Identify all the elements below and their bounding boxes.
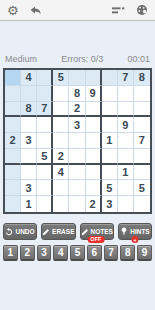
- settings-icon[interactable]: ⚙: [7, 4, 19, 17]
- stats-icon[interactable]: [112, 5, 125, 16]
- pencil-icon: [81, 228, 89, 236]
- cell-r2c9[interactable]: [134, 86, 150, 102]
- cell-r7c9[interactable]: [134, 165, 150, 181]
- cell-r1c2[interactable]: 4: [21, 70, 37, 86]
- cell-r5c5[interactable]: [69, 133, 85, 149]
- cell-r6c7[interactable]: [102, 149, 118, 165]
- cell-r3c8[interactable]: [118, 102, 134, 118]
- cell-r4c5[interactable]: 3: [69, 117, 85, 133]
- bulb-icon: [120, 227, 128, 236]
- cell-r3c4[interactable]: [53, 102, 69, 118]
- cell-r3c3[interactable]: 7: [37, 102, 53, 118]
- cell-r1c1[interactable]: [5, 70, 21, 86]
- cell-r4c1[interactable]: [5, 117, 21, 133]
- cell-r5c8[interactable]: [118, 133, 134, 149]
- cell-r7c8[interactable]: 1: [118, 165, 134, 181]
- cell-r8c8[interactable]: [118, 180, 134, 196]
- numpad-7[interactable]: 7: [104, 245, 119, 261]
- cell-r8c7[interactable]: 5: [102, 180, 118, 196]
- cell-r8c4[interactable]: [53, 180, 69, 196]
- cell-r7c1[interactable]: [5, 165, 21, 181]
- cell-r1c3[interactable]: [37, 70, 53, 86]
- cell-r1c4[interactable]: 5: [53, 70, 69, 86]
- notes-label: NOTES: [91, 228, 113, 235]
- numpad-8[interactable]: 8: [120, 245, 135, 261]
- cell-r4c4[interactable]: [53, 117, 69, 133]
- cell-r1c8[interactable]: 7: [118, 70, 134, 86]
- cell-r3c9[interactable]: [134, 102, 150, 118]
- hints-plus-badge: +: [131, 236, 138, 243]
- cell-r9c8[interactable]: [118, 196, 134, 212]
- cell-r9c5[interactable]: [69, 196, 85, 212]
- cell-r4c9[interactable]: [134, 117, 150, 133]
- cell-r1c7[interactable]: [102, 70, 118, 86]
- cell-r2c6[interactable]: 9: [86, 86, 102, 102]
- cell-r2c1[interactable]: [5, 86, 21, 102]
- cell-r1c9[interactable]: 8: [134, 70, 150, 86]
- cell-r2c8[interactable]: [118, 86, 134, 102]
- cell-r6c6[interactable]: [86, 149, 102, 165]
- numpad-1[interactable]: 1: [3, 245, 18, 261]
- cell-r8c5[interactable]: [69, 180, 85, 196]
- numpad-6[interactable]: 6: [87, 245, 102, 261]
- notes-button[interactable]: NOTES OFF: [80, 223, 114, 240]
- cell-r7c6[interactable]: [86, 165, 102, 181]
- cell-r7c2[interactable]: [21, 165, 37, 181]
- cell-r3c5[interactable]: 2: [69, 102, 85, 118]
- cell-r1c5[interactable]: [69, 70, 85, 86]
- numpad: 123456789: [0, 245, 155, 261]
- hints-button[interactable]: HINTS +: [118, 223, 152, 240]
- cell-r9c9[interactable]: [134, 196, 150, 212]
- cell-r8c3[interactable]: [37, 180, 53, 196]
- cell-r2c2[interactable]: [21, 86, 37, 102]
- cell-r5c3[interactable]: [37, 133, 53, 149]
- cell-r8c2[interactable]: 3: [21, 180, 37, 196]
- back-arrow-icon[interactable]: [30, 5, 42, 16]
- cell-r7c3[interactable]: [37, 165, 53, 181]
- cell-r8c1[interactable]: [5, 180, 21, 196]
- difficulty-label: Medium: [5, 54, 37, 64]
- cell-r5c6[interactable]: [86, 133, 102, 149]
- cell-r4c2[interactable]: [21, 117, 37, 133]
- cell-r6c4[interactable]: 2: [53, 149, 69, 165]
- cell-r9c4[interactable]: [53, 196, 69, 212]
- cell-r9c7[interactable]: 3: [102, 196, 118, 212]
- cell-r6c8[interactable]: [118, 149, 134, 165]
- cell-r9c3[interactable]: [37, 196, 53, 212]
- undo-button[interactable]: UNDO: [3, 223, 37, 240]
- cell-r2c3[interactable]: [37, 86, 53, 102]
- cell-r6c3[interactable]: 5: [37, 149, 53, 165]
- cell-r6c9[interactable]: [134, 149, 150, 165]
- cell-r2c7[interactable]: [102, 86, 118, 102]
- cell-r6c1[interactable]: [5, 149, 21, 165]
- cell-r9c1[interactable]: [5, 196, 21, 212]
- action-bar: UNDO ERASE NOTES OFF HINTS +: [0, 223, 155, 240]
- cell-r9c6[interactable]: 2: [86, 196, 102, 212]
- hints-label: HINTS: [130, 228, 150, 235]
- cell-r9c2[interactable]: 1: [21, 196, 37, 212]
- numpad-4[interactable]: 4: [53, 245, 68, 261]
- cell-r7c7[interactable]: [102, 165, 118, 181]
- cell-r7c4[interactable]: 4: [53, 165, 69, 181]
- erase-button[interactable]: ERASE: [41, 223, 75, 240]
- palette-icon[interactable]: [136, 4, 148, 16]
- cell-r6c2[interactable]: [21, 149, 37, 165]
- cell-r4c6[interactable]: [86, 117, 102, 133]
- cell-r5c7[interactable]: 1: [102, 133, 118, 149]
- sudoku-grid: 4578898723923175241355123: [3, 68, 152, 214]
- cell-r5c9[interactable]: 7: [134, 133, 150, 149]
- cell-r4c3[interactable]: [37, 117, 53, 133]
- numpad-2[interactable]: 2: [20, 245, 35, 261]
- cell-r4c8[interactable]: 9: [118, 117, 134, 133]
- cell-r5c2[interactable]: 3: [21, 133, 37, 149]
- cell-r3c2[interactable]: 8: [21, 102, 37, 118]
- erase-label: ERASE: [52, 228, 74, 235]
- status-bar: Medium Errors: 0/3 00:01: [0, 54, 155, 64]
- pencil-icon: [42, 228, 50, 236]
- errors-label: Errors: 0/3: [61, 54, 103, 64]
- numpad-9[interactable]: 9: [137, 245, 152, 261]
- toolbar: ⚙: [0, 0, 155, 21]
- undo-icon: [5, 228, 13, 236]
- notes-off-badge: OFF: [87, 236, 104, 244]
- undo-label: UNDO: [15, 228, 34, 235]
- cell-r3c6[interactable]: [86, 102, 102, 118]
- cell-r6c5[interactable]: [69, 149, 85, 165]
- cell-r5c1[interactable]: 2: [5, 133, 21, 149]
- cell-r2c5[interactable]: 8: [69, 86, 85, 102]
- cell-r7c5[interactable]: [69, 165, 85, 181]
- cell-r3c7[interactable]: [102, 102, 118, 118]
- cell-r4c7[interactable]: [102, 117, 118, 133]
- cell-r5c4[interactable]: [53, 133, 69, 149]
- cell-r3c1[interactable]: [5, 102, 21, 118]
- cell-r8c6[interactable]: [86, 180, 102, 196]
- cell-r8c9[interactable]: 5: [134, 180, 150, 196]
- cell-r1c6[interactable]: [86, 70, 102, 86]
- cell-r2c4[interactable]: [53, 86, 69, 102]
- timer-label: 00:01: [127, 54, 150, 64]
- numpad-3[interactable]: 3: [37, 245, 52, 261]
- numpad-5[interactable]: 5: [70, 245, 85, 261]
